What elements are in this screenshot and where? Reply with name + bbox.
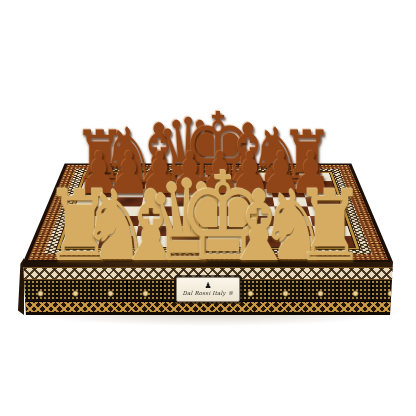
front-wave-band-bottom bbox=[23, 301, 393, 312]
box-left-side-face bbox=[18, 258, 24, 315]
chess-set-photo: ♟ Dal Rossi Italy ® ♜♞♝♛♚♝♞♜♟♟♟♟♟♟♟♟♜♞♝♛… bbox=[0, 0, 416, 416]
piece-light-rook-h1[interactable]: ♜ bbox=[294, 177, 366, 275]
front-bottom-edge bbox=[23, 312, 393, 315]
brand-text: Dal Rossi Italy ® bbox=[183, 290, 234, 297]
